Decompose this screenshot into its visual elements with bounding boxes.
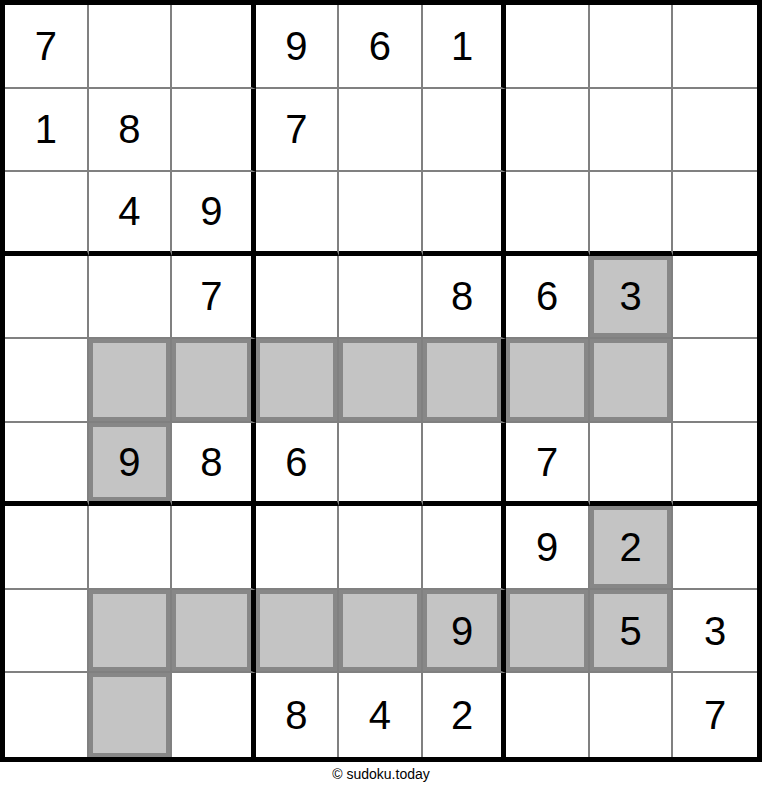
cell-r4c9[interactable] [673, 256, 757, 340]
cell-r9c3[interactable] [172, 673, 256, 757]
cell-r8c6: 9 [423, 590, 507, 674]
cell-r6c8[interactable] [590, 423, 674, 507]
cell-r3c9[interactable] [673, 172, 757, 256]
cell-r9c1[interactable] [5, 673, 89, 757]
cell-r1c6: 1 [423, 5, 507, 89]
cell-r1c5: 6 [339, 5, 423, 89]
cell-r6c5[interactable] [339, 423, 423, 507]
page: 79611874978639867929538427 © sudoku.toda… [0, 0, 765, 785]
cell-r9c8[interactable] [590, 673, 674, 757]
cell-r1c4: 9 [256, 5, 340, 89]
cell-r5c7[interactable] [506, 339, 590, 423]
cell-r8c2[interactable] [89, 590, 173, 674]
cell-r1c7[interactable] [506, 5, 590, 89]
cell-r7c6[interactable] [423, 506, 507, 590]
cell-r3c8[interactable] [590, 172, 674, 256]
cell-r4c3: 7 [172, 256, 256, 340]
cell-r5c6[interactable] [423, 339, 507, 423]
cell-r8c1[interactable] [5, 590, 89, 674]
cell-r7c2[interactable] [89, 506, 173, 590]
footer-credit: © sudoku.today [0, 762, 762, 782]
cell-r6c2: 9 [89, 423, 173, 507]
cell-r4c2[interactable] [89, 256, 173, 340]
cell-r4c1[interactable] [5, 256, 89, 340]
cell-r8c8: 5 [590, 590, 674, 674]
cell-r3c6[interactable] [423, 172, 507, 256]
cell-r5c3[interactable] [172, 339, 256, 423]
cell-r9c5: 4 [339, 673, 423, 757]
cell-r9c6: 2 [423, 673, 507, 757]
cell-r2c9[interactable] [673, 89, 757, 173]
cell-r7c5[interactable] [339, 506, 423, 590]
cell-r2c1: 1 [5, 89, 89, 173]
cell-r3c1[interactable] [5, 172, 89, 256]
cell-r7c4[interactable] [256, 506, 340, 590]
cell-r8c9: 3 [673, 590, 757, 674]
cell-r3c7[interactable] [506, 172, 590, 256]
cell-r3c4[interactable] [256, 172, 340, 256]
cell-r5c4[interactable] [256, 339, 340, 423]
cell-r5c2[interactable] [89, 339, 173, 423]
cell-r5c9[interactable] [673, 339, 757, 423]
cell-r3c3: 9 [172, 172, 256, 256]
sudoku-board: 79611874978639867929538427 [0, 0, 762, 762]
cell-r8c5[interactable] [339, 590, 423, 674]
cell-r8c3[interactable] [172, 590, 256, 674]
cell-r2c2: 8 [89, 89, 173, 173]
cell-r7c3[interactable] [172, 506, 256, 590]
cell-r6c3: 8 [172, 423, 256, 507]
cell-r6c6[interactable] [423, 423, 507, 507]
cell-r3c5[interactable] [339, 172, 423, 256]
cell-r4c7: 6 [506, 256, 590, 340]
cell-r1c8[interactable] [590, 5, 674, 89]
cell-r2c4: 7 [256, 89, 340, 173]
cell-r9c7[interactable] [506, 673, 590, 757]
cell-r7c8: 2 [590, 506, 674, 590]
cell-r2c5[interactable] [339, 89, 423, 173]
cell-r9c4: 8 [256, 673, 340, 757]
cell-r9c9: 7 [673, 673, 757, 757]
cell-r1c3[interactable] [172, 5, 256, 89]
cell-r5c5[interactable] [339, 339, 423, 423]
cell-r2c6[interactable] [423, 89, 507, 173]
cell-r6c1[interactable] [5, 423, 89, 507]
cell-r4c6: 8 [423, 256, 507, 340]
cell-r6c4: 6 [256, 423, 340, 507]
cell-r8c4[interactable] [256, 590, 340, 674]
cell-r5c1[interactable] [5, 339, 89, 423]
cell-r1c9[interactable] [673, 5, 757, 89]
cell-r7c7: 9 [506, 506, 590, 590]
cell-r7c1[interactable] [5, 506, 89, 590]
cell-r9c2[interactable] [89, 673, 173, 757]
cell-r7c9[interactable] [673, 506, 757, 590]
cell-r2c7[interactable] [506, 89, 590, 173]
cell-r2c8[interactable] [590, 89, 674, 173]
cell-r6c7: 7 [506, 423, 590, 507]
cell-r1c1: 7 [5, 5, 89, 89]
cell-r8c7[interactable] [506, 590, 590, 674]
cell-r3c2: 4 [89, 172, 173, 256]
cell-r2c3[interactable] [172, 89, 256, 173]
cell-r4c8: 3 [590, 256, 674, 340]
cell-r5c8[interactable] [590, 339, 674, 423]
cell-r4c4[interactable] [256, 256, 340, 340]
cell-r1c2[interactable] [89, 5, 173, 89]
cell-r4c5[interactable] [339, 256, 423, 340]
cell-r6c9[interactable] [673, 423, 757, 507]
